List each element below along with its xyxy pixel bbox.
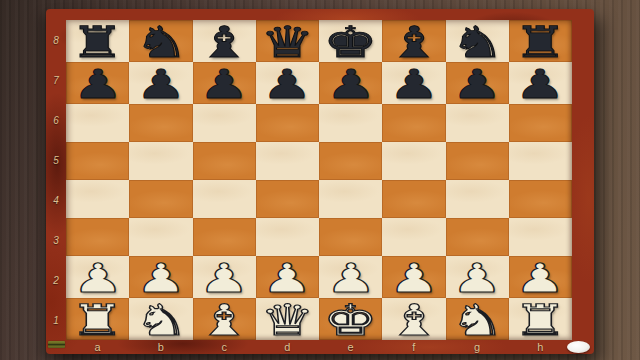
piece-white-king[interactable]: ♚ — [323, 298, 378, 340]
square-c4[interactable] — [193, 180, 256, 218]
square-h1[interactable]: ♜ — [509, 298, 572, 340]
square-h2[interactable]: ♟ — [509, 256, 572, 298]
piece-black-pawn[interactable]: ♟ — [72, 62, 123, 104]
square-h3[interactable] — [509, 218, 572, 256]
piece-black-pawn[interactable]: ♟ — [199, 62, 250, 104]
rank-label-8: 8 — [46, 20, 66, 60]
file-label-f: f — [382, 340, 445, 354]
piece-white-pawn[interactable]: ♟ — [452, 256, 503, 298]
square-e5[interactable] — [319, 142, 382, 180]
square-b2[interactable]: ♟ — [129, 256, 192, 298]
piece-white-rook[interactable]: ♜ — [70, 298, 125, 340]
piece-black-rook[interactable]: ♜ — [70, 20, 125, 62]
board-squares: ♜♞♝♛♚♝♞♜♟♟♟♟♟♟♟♟♟♟♟♟♟♟♟♟♜♞♝♛♚♝♞♜ — [66, 20, 572, 340]
square-g4[interactable] — [446, 180, 509, 218]
square-e7[interactable]: ♟ — [319, 62, 382, 104]
square-f6[interactable] — [382, 104, 445, 142]
square-g6[interactable] — [446, 104, 509, 142]
piece-white-queen[interactable]: ♛ — [260, 298, 315, 340]
piece-black-knight[interactable]: ♞ — [450, 20, 505, 62]
square-b6[interactable] — [129, 104, 192, 142]
piece-black-king[interactable]: ♚ — [323, 20, 378, 62]
rank-labels: 87654321 — [46, 20, 66, 340]
piece-black-bishop[interactable]: ♝ — [386, 20, 441, 62]
square-e8[interactable]: ♚ — [319, 20, 382, 62]
square-h4[interactable] — [509, 180, 572, 218]
square-c6[interactable] — [193, 104, 256, 142]
square-b3[interactable] — [129, 218, 192, 256]
square-e6[interactable] — [319, 104, 382, 142]
file-label-b: b — [129, 340, 192, 354]
app-background: 87654321 ♜♞♝♛♚♝♞♜♟♟♟♟♟♟♟♟♟♟♟♟♟♟♟♟♜♞♝♛♚♝♞… — [0, 0, 640, 360]
rank-label-2: 2 — [46, 260, 66, 300]
piece-white-rook[interactable]: ♜ — [513, 298, 568, 340]
piece-white-knight[interactable]: ♞ — [450, 298, 505, 340]
piece-white-pawn[interactable]: ♟ — [72, 256, 123, 298]
piece-white-pawn[interactable]: ♟ — [199, 256, 250, 298]
rank-label-3: 3 — [46, 220, 66, 260]
square-a5[interactable] — [66, 142, 129, 180]
square-c8[interactable]: ♝ — [193, 20, 256, 62]
piece-black-queen[interactable]: ♛ — [260, 20, 315, 62]
square-g3[interactable] — [446, 218, 509, 256]
rank-label-6: 6 — [46, 100, 66, 140]
square-d4[interactable] — [256, 180, 319, 218]
piece-white-knight[interactable]: ♞ — [133, 298, 188, 340]
square-b1[interactable]: ♞ — [129, 298, 192, 340]
square-h5[interactable] — [509, 142, 572, 180]
piece-white-pawn[interactable]: ♟ — [515, 256, 566, 298]
file-labels: abcdefgh — [66, 340, 572, 354]
square-f1[interactable]: ♝ — [382, 298, 445, 340]
square-c2[interactable]: ♟ — [193, 256, 256, 298]
piece-black-pawn[interactable]: ♟ — [515, 62, 566, 104]
square-g7[interactable]: ♟ — [446, 62, 509, 104]
square-c7[interactable]: ♟ — [193, 62, 256, 104]
square-g5[interactable] — [446, 142, 509, 180]
piece-black-pawn[interactable]: ♟ — [262, 62, 313, 104]
square-a4[interactable] — [66, 180, 129, 218]
square-c1[interactable]: ♝ — [193, 298, 256, 340]
rank-label-7: 7 — [46, 60, 66, 100]
side-to-move-indicator — [567, 341, 590, 353]
square-b8[interactable]: ♞ — [129, 20, 192, 62]
piece-white-pawn[interactable]: ♟ — [388, 256, 439, 298]
square-a8[interactable]: ♜ — [66, 20, 129, 62]
file-label-h: h — [509, 340, 572, 354]
piece-black-pawn[interactable]: ♟ — [325, 62, 376, 104]
square-h8[interactable]: ♜ — [509, 20, 572, 62]
square-f4[interactable] — [382, 180, 445, 218]
square-c5[interactable] — [193, 142, 256, 180]
square-f5[interactable] — [382, 142, 445, 180]
square-f2[interactable]: ♟ — [382, 256, 445, 298]
file-label-g: g — [446, 340, 509, 354]
square-a2[interactable]: ♟ — [66, 256, 129, 298]
square-f7[interactable]: ♟ — [382, 62, 445, 104]
logo-icon — [48, 341, 65, 348]
file-label-a: a — [66, 340, 129, 354]
file-label-d: d — [256, 340, 319, 354]
piece-black-bishop[interactable]: ♝ — [197, 20, 252, 62]
square-e1[interactable]: ♚ — [319, 298, 382, 340]
piece-black-pawn[interactable]: ♟ — [388, 62, 439, 104]
piece-black-pawn[interactable]: ♟ — [452, 62, 503, 104]
piece-white-bishop[interactable]: ♝ — [197, 298, 252, 340]
piece-white-pawn[interactable]: ♟ — [325, 256, 376, 298]
square-e4[interactable] — [319, 180, 382, 218]
chess-board: 87654321 ♜♞♝♛♚♝♞♜♟♟♟♟♟♟♟♟♟♟♟♟♟♟♟♟♜♞♝♛♚♝♞… — [46, 9, 594, 354]
square-d2[interactable]: ♟ — [256, 256, 319, 298]
square-d8[interactable]: ♛ — [256, 20, 319, 62]
square-d1[interactable]: ♛ — [256, 298, 319, 340]
square-h6[interactable] — [509, 104, 572, 142]
piece-black-pawn[interactable]: ♟ — [135, 62, 186, 104]
square-d6[interactable] — [256, 104, 319, 142]
square-a7[interactable]: ♟ — [66, 62, 129, 104]
square-b4[interactable] — [129, 180, 192, 218]
rank-label-1: 1 — [46, 300, 66, 340]
square-h7[interactable]: ♟ — [509, 62, 572, 104]
square-a1[interactable]: ♜ — [66, 298, 129, 340]
square-g1[interactable]: ♞ — [446, 298, 509, 340]
square-e3[interactable] — [319, 218, 382, 256]
file-label-e: e — [319, 340, 382, 354]
square-d7[interactable]: ♟ — [256, 62, 319, 104]
square-d5[interactable] — [256, 142, 319, 180]
square-b7[interactable]: ♟ — [129, 62, 192, 104]
piece-white-pawn[interactable]: ♟ — [135, 256, 186, 298]
piece-white-bishop[interactable]: ♝ — [386, 298, 441, 340]
piece-white-pawn[interactable]: ♟ — [262, 256, 313, 298]
square-a6[interactable] — [66, 104, 129, 142]
square-e2[interactable]: ♟ — [319, 256, 382, 298]
square-f8[interactable]: ♝ — [382, 20, 445, 62]
rank-label-5: 5 — [46, 140, 66, 180]
square-g8[interactable]: ♞ — [446, 20, 509, 62]
square-d3[interactable] — [256, 218, 319, 256]
square-a3[interactable] — [66, 218, 129, 256]
rank-label-4: 4 — [46, 180, 66, 220]
piece-black-knight[interactable]: ♞ — [133, 20, 188, 62]
file-label-c: c — [193, 340, 256, 354]
square-f3[interactable] — [382, 218, 445, 256]
square-b5[interactable] — [129, 142, 192, 180]
piece-black-rook[interactable]: ♜ — [513, 20, 568, 62]
square-c3[interactable] — [193, 218, 256, 256]
square-g2[interactable]: ♟ — [446, 256, 509, 298]
